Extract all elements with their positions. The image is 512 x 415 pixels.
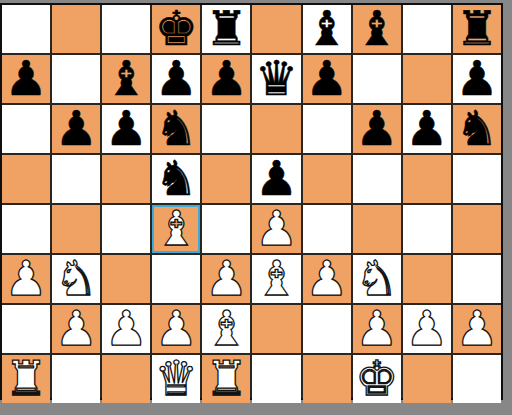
square-a5[interactable] — [2, 155, 50, 203]
square-f2[interactable] — [252, 305, 300, 353]
square-f1[interactable] — [252, 355, 300, 403]
square-h7[interactable] — [353, 55, 401, 103]
app-window: ♚♜♝♝♜♟♝♟♟♛♟♟♟♟♞♟♟♞♞♟♝♟♟♞♟♝♟♞♟♟♟♝♟♟♟♜♛♜♚ — [0, 0, 512, 415]
square-i8[interactable] — [403, 5, 451, 53]
square-d2[interactable]: ♟ — [152, 305, 200, 353]
piece-white-pawn[interactable]: ♟ — [5, 254, 48, 302]
square-e6[interactable] — [202, 105, 250, 153]
piece-white-bishop[interactable]: ♝ — [155, 204, 198, 252]
square-j7[interactable]: ♟ — [453, 55, 501, 103]
piece-white-rook[interactable]: ♜ — [5, 354, 48, 402]
piece-black-bishop[interactable]: ♝ — [305, 4, 348, 52]
piece-white-king[interactable]: ♚ — [355, 354, 398, 402]
square-i4[interactable] — [403, 205, 451, 253]
square-f4[interactable]: ♟ — [252, 205, 300, 253]
square-b2[interactable]: ♟ — [52, 305, 100, 353]
square-c2[interactable]: ♟ — [102, 305, 150, 353]
square-a1[interactable]: ♜ — [2, 355, 50, 403]
square-d7[interactable]: ♟ — [152, 55, 200, 103]
square-a2[interactable] — [2, 305, 50, 353]
square-e4[interactable] — [202, 205, 250, 253]
piece-black-queen[interactable]: ♛ — [255, 54, 298, 102]
square-b4[interactable] — [52, 205, 100, 253]
square-d6[interactable]: ♞ — [152, 105, 200, 153]
square-e1[interactable]: ♜ — [202, 355, 250, 403]
square-b3[interactable]: ♞ — [52, 255, 100, 303]
square-d1[interactable]: ♛ — [152, 355, 200, 403]
square-e3[interactable]: ♟ — [202, 255, 250, 303]
piece-black-pawn[interactable]: ♟ — [405, 104, 448, 152]
square-b6[interactable]: ♟ — [52, 105, 100, 153]
piece-black-pawn[interactable]: ♟ — [55, 104, 98, 152]
piece-white-pawn[interactable]: ♟ — [105, 304, 148, 352]
piece-white-knight[interactable]: ♞ — [55, 254, 98, 302]
piece-black-bishop[interactable]: ♝ — [105, 54, 148, 102]
piece-black-pawn[interactable]: ♟ — [305, 54, 348, 102]
square-j8[interactable]: ♜ — [453, 5, 501, 53]
square-g1[interactable] — [303, 355, 351, 403]
square-a7[interactable]: ♟ — [2, 55, 50, 103]
square-d3[interactable] — [152, 255, 200, 303]
piece-black-pawn[interactable]: ♟ — [255, 154, 298, 202]
square-g5[interactable] — [303, 155, 351, 203]
chess-board: ♚♜♝♝♜♟♝♟♟♛♟♟♟♟♞♟♟♞♞♟♝♟♟♞♟♝♟♞♟♟♟♝♟♟♟♜♛♜♚ — [0, 3, 503, 400]
square-c4[interactable] — [102, 205, 150, 253]
square-i2[interactable]: ♟ — [403, 305, 451, 353]
square-g2[interactable] — [303, 305, 351, 353]
piece-black-pawn[interactable]: ♟ — [355, 104, 398, 152]
square-a4[interactable] — [2, 205, 50, 253]
square-c8[interactable] — [102, 5, 150, 53]
square-f7[interactable]: ♛ — [252, 55, 300, 103]
square-a8[interactable] — [2, 5, 50, 53]
piece-white-pawn[interactable]: ♟ — [355, 304, 398, 352]
square-d8[interactable]: ♚ — [152, 5, 200, 53]
piece-white-queen[interactable]: ♛ — [155, 354, 198, 402]
square-c3[interactable] — [102, 255, 150, 303]
square-e5[interactable] — [202, 155, 250, 203]
piece-white-pawn[interactable]: ♟ — [205, 254, 248, 302]
square-h6[interactable]: ♟ — [353, 105, 401, 153]
square-b5[interactable] — [52, 155, 100, 203]
square-f5[interactable]: ♟ — [252, 155, 300, 203]
square-j1[interactable] — [453, 355, 501, 403]
square-j4[interactable] — [453, 205, 501, 253]
piece-white-bishop[interactable]: ♝ — [255, 254, 298, 302]
piece-black-bishop[interactable]: ♝ — [355, 4, 398, 52]
piece-white-knight[interactable]: ♞ — [355, 254, 398, 302]
piece-black-pawn[interactable]: ♟ — [105, 104, 148, 152]
square-d4[interactable]: ♝ — [152, 205, 200, 253]
square-h8[interactable]: ♝ — [353, 5, 401, 53]
square-f3[interactable]: ♝ — [252, 255, 300, 303]
square-e7[interactable]: ♟ — [202, 55, 250, 103]
square-j6[interactable]: ♞ — [453, 105, 501, 153]
piece-black-pawn[interactable]: ♟ — [155, 54, 198, 102]
square-g8[interactable]: ♝ — [303, 5, 351, 53]
piece-white-pawn[interactable]: ♟ — [305, 254, 348, 302]
square-h5[interactable] — [353, 155, 401, 203]
square-h3[interactable]: ♞ — [353, 255, 401, 303]
square-i6[interactable]: ♟ — [403, 105, 451, 153]
square-j3[interactable] — [453, 255, 501, 303]
square-a6[interactable] — [2, 105, 50, 153]
square-a3[interactable]: ♟ — [2, 255, 50, 303]
square-b7[interactable] — [52, 55, 100, 103]
square-i5[interactable] — [403, 155, 451, 203]
square-c7[interactable]: ♝ — [102, 55, 150, 103]
square-j2[interactable]: ♟ — [453, 305, 501, 353]
piece-white-pawn[interactable]: ♟ — [55, 304, 98, 352]
square-d5[interactable]: ♞ — [152, 155, 200, 203]
square-i7[interactable] — [403, 55, 451, 103]
square-i3[interactable] — [403, 255, 451, 303]
piece-black-rook[interactable]: ♜ — [455, 4, 498, 52]
piece-black-knight[interactable]: ♞ — [155, 154, 198, 202]
square-g7[interactable]: ♟ — [303, 55, 351, 103]
square-c6[interactable]: ♟ — [102, 105, 150, 153]
piece-black-pawn[interactable]: ♟ — [5, 54, 48, 102]
square-i1[interactable] — [403, 355, 451, 403]
square-e2[interactable]: ♝ — [202, 305, 250, 353]
square-e8[interactable]: ♜ — [202, 5, 250, 53]
square-h1[interactable]: ♚ — [353, 355, 401, 403]
square-f8[interactable] — [252, 5, 300, 53]
piece-white-rook[interactable]: ♜ — [205, 354, 248, 402]
square-h4[interactable] — [353, 205, 401, 253]
piece-white-pawn[interactable]: ♟ — [405, 304, 448, 352]
piece-white-pawn[interactable]: ♟ — [255, 204, 298, 252]
square-j5[interactable] — [453, 155, 501, 203]
piece-black-pawn[interactable]: ♟ — [455, 54, 498, 102]
square-g6[interactable] — [303, 105, 351, 153]
square-g4[interactable] — [303, 205, 351, 253]
piece-white-pawn[interactable]: ♟ — [155, 304, 198, 352]
square-c1[interactable] — [102, 355, 150, 403]
piece-black-knight[interactable]: ♞ — [455, 104, 498, 152]
piece-black-knight[interactable]: ♞ — [155, 104, 198, 152]
square-h2[interactable]: ♟ — [353, 305, 401, 353]
piece-white-pawn[interactable]: ♟ — [455, 304, 498, 352]
square-c5[interactable] — [102, 155, 150, 203]
square-b1[interactable] — [52, 355, 100, 403]
square-g3[interactable]: ♟ — [303, 255, 351, 303]
piece-black-rook[interactable]: ♜ — [205, 4, 248, 52]
square-b8[interactable] — [52, 5, 100, 53]
square-f6[interactable] — [252, 105, 300, 153]
piece-black-king[interactable]: ♚ — [155, 4, 198, 52]
piece-black-pawn[interactable]: ♟ — [205, 54, 248, 102]
piece-white-bishop[interactable]: ♝ — [205, 304, 248, 352]
